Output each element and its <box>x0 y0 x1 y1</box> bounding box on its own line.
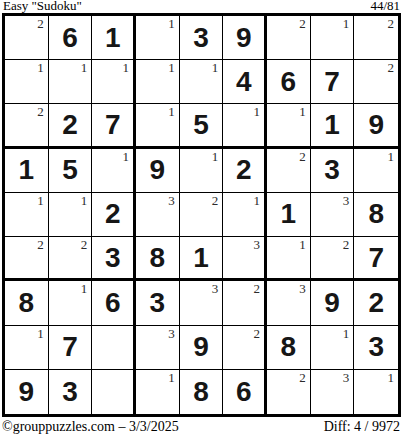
sudoku-cell[interactable]: 2 <box>5 237 49 281</box>
cell-value: 1 <box>267 193 310 236</box>
pencil-mark: 3 <box>254 238 261 252</box>
cell-value: 7 <box>49 326 92 369</box>
sudoku-cell[interactable]: 8 <box>180 370 224 414</box>
sudoku-cell[interactable]: 1 <box>311 16 355 60</box>
sudoku-cell[interactable]: 1 <box>180 149 224 193</box>
pencil-mark: 1 <box>254 194 261 208</box>
pencil-mark: 3 <box>212 282 219 296</box>
sudoku-cell[interactable]: 3 <box>223 237 267 281</box>
pencil-mark: 2 <box>388 61 395 75</box>
sudoku-cell[interactable]: 1 <box>49 60 93 104</box>
sudoku-cell[interactable] <box>92 326 136 370</box>
sudoku-cell[interactable]: 3 <box>136 326 180 370</box>
sudoku-cell[interactable]: 7 <box>92 104 136 148</box>
sudoku-cell[interactable]: 2 <box>223 149 267 193</box>
cell-value: 2 <box>49 104 92 145</box>
sudoku-cell[interactable]: 2 <box>223 281 267 325</box>
sudoku-cell[interactable]: 3 <box>311 370 355 414</box>
pencil-mark: 1 <box>37 61 44 75</box>
pencil-mark: 3 <box>299 282 306 296</box>
pencil-mark: 1 <box>168 61 175 75</box>
cell-value: 2 <box>354 281 398 324</box>
pencil-mark: 1 <box>37 327 44 341</box>
sudoku-cell[interactable] <box>92 370 136 414</box>
pencil-mark: 3 <box>343 371 350 385</box>
sudoku-cell[interactable]: 9 <box>136 149 180 193</box>
pencil-mark: 1 <box>388 371 395 385</box>
sudoku-cell[interactable]: 6 <box>92 281 136 325</box>
cell-value: 9 <box>180 326 223 369</box>
cell-value: 9 <box>354 104 398 145</box>
pencil-mark: 2 <box>37 238 44 252</box>
pencil-mark: 2 <box>343 238 350 252</box>
sudoku-cell[interactable]: 1 <box>136 16 180 60</box>
cell-value: 4 <box>223 60 264 103</box>
cell-value: 5 <box>180 104 223 145</box>
sudoku-cell[interactable]: 1 <box>267 193 311 237</box>
sudoku-cell[interactable]: 6 <box>267 60 311 104</box>
pencil-mark: 2 <box>212 194 219 208</box>
cell-value: 1 <box>311 104 354 145</box>
sudoku-cell[interactable]: 1 <box>136 104 180 148</box>
cell-value: 8 <box>136 237 179 278</box>
pencil-mark: 1 <box>299 105 306 119</box>
sudoku-cell[interactable]: 7 <box>354 237 398 281</box>
sudoku-cell[interactable]: 1 <box>92 60 136 104</box>
cell-value: 7 <box>92 104 133 145</box>
pencil-mark: 2 <box>299 17 306 31</box>
sudoku-cell[interactable]: 2 <box>5 104 49 148</box>
sudoku-cell[interactable]: 1 <box>136 60 180 104</box>
cell-value: 3 <box>136 281 179 324</box>
sudoku-cell[interactable]: 1 <box>5 60 49 104</box>
sudoku-cell[interactable]: 6 <box>49 16 93 60</box>
sudoku-cell[interactable]: 8 <box>5 281 49 325</box>
sudoku-cell[interactable]: 2 <box>267 370 311 414</box>
sudoku-cell[interactable]: 3 <box>92 237 136 281</box>
sudoku-cell[interactable]: 1 <box>180 237 224 281</box>
cell-value: 8 <box>180 370 223 414</box>
cell-value: 7 <box>354 237 398 278</box>
pencil-mark: 2 <box>37 17 44 31</box>
cell-value: 2 <box>223 149 264 192</box>
sudoku-cell[interactable]: 3 <box>311 193 355 237</box>
pencil-mark: 3 <box>168 194 175 208</box>
sudoku-cell[interactable]: 1 <box>49 193 93 237</box>
sudoku-cell[interactable]: 3 <box>49 370 93 414</box>
sudoku-cell[interactable]: 5 <box>49 149 93 193</box>
sudoku-cell[interactable]: 2 <box>5 16 49 60</box>
sudoku-cell[interactable]: 2 <box>49 104 93 148</box>
sudoku-cell[interactable]: 3 <box>136 193 180 237</box>
cell-value: 5 <box>49 149 92 192</box>
cell-value: 6 <box>92 281 133 324</box>
pencil-mark: 3 <box>168 327 175 341</box>
pencil-mark: 3 <box>343 194 350 208</box>
sudoku-cell[interactable]: 2 <box>223 326 267 370</box>
pencil-mark: 2 <box>254 327 261 341</box>
sudoku-cell[interactable]: 2 <box>354 281 398 325</box>
sudoku-cell[interactable]: 9 <box>311 281 355 325</box>
cell-value: 3 <box>354 326 398 369</box>
cell-value: 3 <box>92 237 133 278</box>
sudoku-cell[interactable]: 2 <box>180 193 224 237</box>
sudoku-cell[interactable]: 2 <box>267 149 311 193</box>
sudoku-cell[interactable]: 1 <box>92 149 136 193</box>
pencil-mark: 2 <box>299 150 306 164</box>
sudoku-cell[interactable]: 1 <box>5 149 49 193</box>
sudoku-cell[interactable]: 1 <box>136 370 180 414</box>
sudoku-cell[interactable]: 1 <box>92 16 136 60</box>
cell-value: 6 <box>49 16 92 59</box>
sudoku-cell[interactable]: 8 <box>354 193 398 237</box>
cell-value: 8 <box>5 281 48 324</box>
sudoku-board: 2611392121111146722271511191519122311123… <box>2 13 401 417</box>
sudoku-cell[interactable]: 1 <box>267 237 311 281</box>
puzzle-title: Easy "Sudoku" <box>3 0 82 14</box>
cell-value: 3 <box>180 16 223 59</box>
sudoku-cell[interactable]: 7 <box>49 326 93 370</box>
sudoku-cell[interactable]: 2 <box>354 60 398 104</box>
pencil-mark: 1 <box>343 17 350 31</box>
progress-count: 44/81 <box>370 0 400 14</box>
sudoku-cell[interactable]: 9 <box>180 326 224 370</box>
copyright-text: ©grouppuzzles.com – 3/3/2025 <box>2 419 179 435</box>
pencil-mark: 1 <box>81 61 88 75</box>
sudoku-cell[interactable]: 2 <box>354 16 398 60</box>
pencil-mark: 1 <box>212 150 219 164</box>
sudoku-cell[interactable]: 1 <box>267 104 311 148</box>
pencil-mark: 1 <box>123 150 130 164</box>
cell-value: 1 <box>5 149 48 192</box>
pencil-mark: 1 <box>388 150 395 164</box>
cell-value: 3 <box>311 149 354 192</box>
pencil-mark: 2 <box>388 17 395 31</box>
cell-value: 8 <box>354 193 398 236</box>
sudoku-cell[interactable]: 1 <box>354 370 398 414</box>
sudoku-cell[interactable]: 9 <box>354 104 398 148</box>
cell-value: 3 <box>49 370 92 414</box>
sudoku-cell[interactable]: 2 <box>92 193 136 237</box>
sudoku-cell[interactable]: 1 <box>180 60 224 104</box>
cell-value: 6 <box>267 60 310 103</box>
cell-value: 7 <box>311 60 354 103</box>
sudoku-cell[interactable]: 3 <box>180 16 224 60</box>
sudoku-cell[interactable]: 1 <box>49 281 93 325</box>
cell-value: 8 <box>267 326 310 369</box>
sudoku-cell[interactable]: 9 <box>223 16 267 60</box>
sudoku-page: Easy "Sudoku" 44/81 26113921211111467222… <box>0 0 403 437</box>
sudoku-cell[interactable]: 3 <box>136 281 180 325</box>
sudoku-cell[interactable]: 9 <box>5 370 49 414</box>
pencil-mark: 1 <box>37 194 44 208</box>
pencil-mark: 1 <box>168 105 175 119</box>
difficulty-text: Diff: 4 / 9972 <box>324 419 400 435</box>
cell-value: 1 <box>92 16 133 59</box>
pencil-mark: 1 <box>168 371 175 385</box>
sudoku-cell[interactable]: 1 <box>223 193 267 237</box>
pencil-mark: 2 <box>81 238 88 252</box>
sudoku-cell[interactable]: 1 <box>311 326 355 370</box>
sudoku-cell[interactable]: 3 <box>311 149 355 193</box>
pencil-mark: 1 <box>81 282 88 296</box>
sudoku-cell[interactable]: 8 <box>136 237 180 281</box>
pencil-mark: 1 <box>254 105 261 119</box>
sudoku-cell[interactable]: 2 <box>311 237 355 281</box>
sudoku-cell[interactable]: 2 <box>49 237 93 281</box>
sudoku-cell[interactable]: 1 <box>223 104 267 148</box>
pencil-mark: 1 <box>299 238 306 252</box>
cell-value: 6 <box>223 370 264 414</box>
sudoku-cell[interactable]: 1 <box>5 326 49 370</box>
pencil-mark: 1 <box>168 17 175 31</box>
cell-value: 9 <box>311 281 354 324</box>
cell-value: 9 <box>136 149 179 192</box>
pencil-mark: 2 <box>37 105 44 119</box>
cell-value: 9 <box>5 370 48 414</box>
sudoku-cell[interactable]: 6 <box>223 370 267 414</box>
sudoku-cell[interactable]: 1 <box>5 193 49 237</box>
sudoku-cell[interactable]: 1 <box>354 149 398 193</box>
pencil-mark: 1 <box>343 327 350 341</box>
sudoku-cell[interactable]: 2 <box>267 16 311 60</box>
sudoku-cell[interactable]: 1 <box>311 104 355 148</box>
pencil-mark: 2 <box>254 282 261 296</box>
sudoku-cell[interactable]: 8 <box>267 326 311 370</box>
pencil-mark: 1 <box>81 194 88 208</box>
sudoku-cell[interactable]: 4 <box>223 60 267 104</box>
pencil-mark: 2 <box>299 371 306 385</box>
sudoku-cell[interactable]: 3 <box>180 281 224 325</box>
sudoku-cell[interactable]: 5 <box>180 104 224 148</box>
cell-value: 9 <box>223 16 264 59</box>
sudoku-cell[interactable]: 3 <box>267 281 311 325</box>
sudoku-cell[interactable]: 7 <box>311 60 355 104</box>
pencil-mark: 1 <box>123 61 130 75</box>
pencil-mark: 1 <box>212 61 219 75</box>
cell-value: 1 <box>180 237 223 278</box>
cell-value: 2 <box>92 193 133 236</box>
sudoku-cell[interactable]: 3 <box>354 326 398 370</box>
